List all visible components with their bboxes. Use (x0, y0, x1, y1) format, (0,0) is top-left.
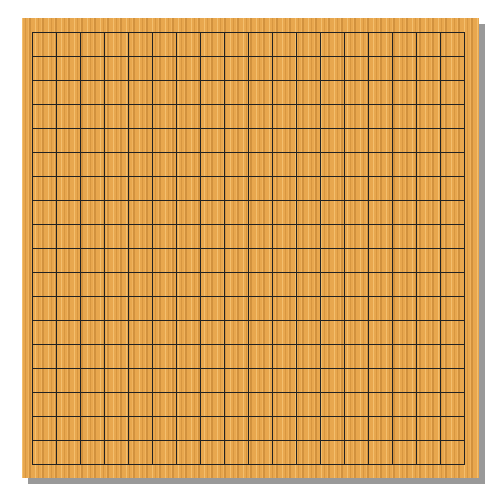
go-board[interactable] (22, 18, 479, 478)
go-diagram (0, 0, 500, 500)
board-grid (20, 20, 476, 476)
